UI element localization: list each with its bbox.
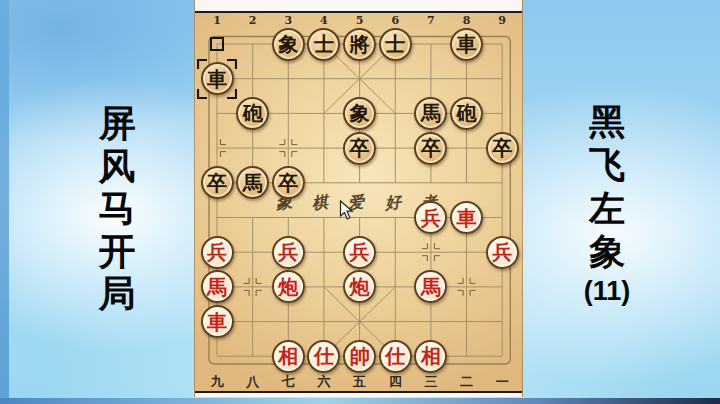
title-char: 飞	[585, 143, 629, 186]
piece-black[interactable]: 砲	[236, 97, 269, 130]
title-char: 象	[585, 230, 629, 273]
title-char: 左	[585, 187, 629, 230]
file-number-bottom: 七	[277, 373, 299, 391]
title-char: 局	[95, 273, 139, 316]
right-title: 黑飞左象	[585, 100, 629, 273]
piece-black[interactable]: 象	[272, 28, 305, 61]
title-char: 黑	[585, 100, 629, 143]
piece-red[interactable]: 炮	[272, 270, 305, 303]
last-move-source-marker	[210, 37, 224, 51]
piece-red[interactable]: 相	[414, 340, 447, 373]
piece-black[interactable]: 卒	[343, 132, 376, 165]
left-title: 屏风马开局	[95, 103, 139, 316]
title-char: 风	[95, 146, 139, 189]
piece-black[interactable]: 卒	[486, 132, 519, 165]
title-char: 马	[95, 188, 139, 231]
file-number-top: 9	[491, 14, 513, 27]
piece-black[interactable]: 卒	[272, 166, 305, 199]
piece-red[interactable]: 兵	[272, 236, 305, 269]
piece-red[interactable]: 兵	[343, 236, 376, 269]
piece-red[interactable]: 車	[450, 201, 483, 234]
right-title-number: (11)	[572, 276, 642, 307]
file-number-top: 7	[420, 14, 442, 27]
file-number-bottom: 四	[384, 373, 406, 391]
piece-red[interactable]: 兵	[201, 236, 234, 269]
river-watermark-char: 棋	[307, 192, 333, 215]
file-number-bottom: 九	[206, 373, 228, 391]
xiangqi-board[interactable]: 123456789 九八七六五四三二一 象棋爱好者 象士將士車車砲象馬砲卒卒卒卒…	[194, 0, 523, 397]
file-number-bottom: 三	[420, 373, 442, 391]
background-bottom-bar	[0, 398, 720, 404]
piece-black[interactable]: 象	[343, 97, 376, 130]
piece-red[interactable]: 馬	[201, 270, 234, 303]
file-number-top: 8	[456, 14, 478, 27]
piece-black[interactable]: 車	[450, 28, 483, 61]
piece-black[interactable]: 卒	[414, 132, 447, 165]
piece-black[interactable]: 將	[343, 28, 376, 61]
file-number-top: 3	[277, 14, 299, 27]
file-number-top: 1	[206, 14, 228, 27]
file-number-bottom: 八	[242, 373, 264, 391]
background-left-stripe	[0, 0, 9, 404]
piece-red[interactable]: 車	[201, 305, 234, 338]
mouse-cursor-icon	[339, 200, 354, 221]
piece-red[interactable]: 帥	[343, 340, 376, 373]
piece-red[interactable]: 仕	[379, 340, 412, 373]
file-number-top: 5	[349, 14, 371, 27]
file-number-bottom: 六	[313, 373, 335, 391]
file-number-bottom: 一	[491, 373, 513, 391]
file-number-top: 4	[313, 14, 335, 27]
title-char: 屏	[95, 103, 139, 146]
piece-red[interactable]: 相	[272, 340, 305, 373]
last-move-dest-marker	[197, 59, 237, 99]
piece-red[interactable]: 兵	[486, 236, 519, 269]
file-number-top: 6	[384, 14, 406, 27]
title-char: 开	[95, 231, 139, 274]
file-number-top: 2	[242, 14, 264, 27]
file-number-bottom: 五	[349, 373, 371, 391]
piece-black[interactable]: 卒	[201, 166, 234, 199]
app-window: 屏风马开局 黑飞左象 (11) 123456789 九八七六五四三二一 象棋爱好…	[0, 0, 720, 404]
piece-black[interactable]: 士	[307, 28, 340, 61]
piece-black[interactable]: 士	[379, 28, 412, 61]
file-number-bottom: 二	[456, 373, 478, 391]
piece-black[interactable]: 砲	[450, 97, 483, 130]
river-watermark-char: 好	[380, 192, 406, 215]
